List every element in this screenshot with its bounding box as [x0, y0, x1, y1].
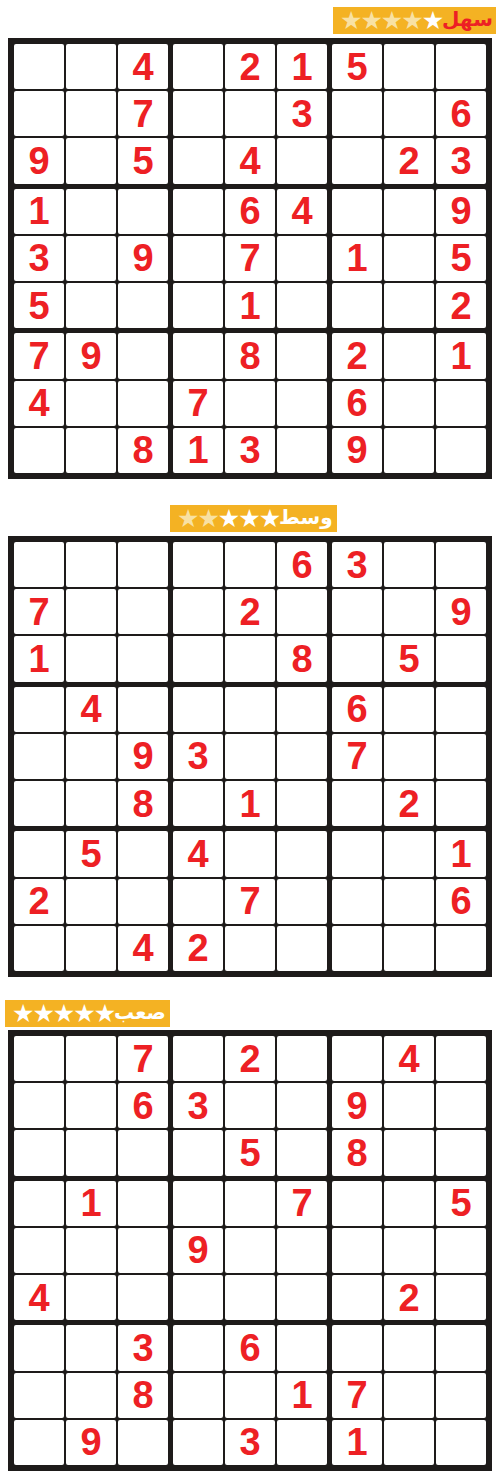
medium-cell-r7c6[interactable] — [277, 831, 327, 876]
hard-cell-r9c4[interactable] — [173, 1420, 223, 1465]
medium-cell-r9c3[interactable]: 4 — [118, 926, 168, 971]
given-digit: 3 — [132, 1329, 153, 1367]
medium-cell-r6c6[interactable] — [277, 781, 327, 826]
given-digit: 6 — [346, 384, 367, 422]
given-digit: 1 — [80, 1184, 101, 1222]
medium-cell-r4c7[interactable]: 6 — [332, 687, 382, 732]
easy-cell-r7c5[interactable]: 8 — [225, 333, 275, 378]
easy-cell-r7c8[interactable] — [384, 333, 434, 378]
easy-cell-r2c2[interactable] — [66, 91, 116, 136]
difficulty-label-easy: سهل — [442, 9, 493, 32]
medium-cell-r4c2[interactable]: 4 — [66, 687, 116, 732]
easy-cell-r7c7[interactable]: 2 — [332, 333, 382, 378]
hard-cell-r6c1[interactable]: 4 — [14, 1275, 64, 1320]
given-digit: 9 — [28, 142, 49, 180]
star-icon: ★ — [259, 506, 281, 531]
medium-cell-r8c4[interactable] — [173, 879, 223, 924]
sudoku-grid-hard: 7623549814795238961371 — [8, 1030, 492, 1471]
medium-cell-r7c8[interactable] — [384, 831, 434, 876]
hard-cell-r1c3[interactable]: 7 — [118, 1036, 168, 1081]
hard-cell-r9c7[interactable]: 1 — [332, 1420, 382, 1465]
hard-cell-r1c2[interactable] — [66, 1036, 116, 1081]
given-digit: 2 — [239, 593, 260, 631]
medium-cell-r2c1[interactable]: 7 — [14, 589, 64, 634]
easy-cell-r8c8[interactable] — [384, 381, 434, 426]
medium-cell-r8c2[interactable] — [66, 879, 116, 924]
hard-cell-r4c4[interactable] — [173, 1181, 223, 1226]
easy-cell-r1c9[interactable] — [436, 44, 486, 89]
easy-cell-r9c4[interactable]: 1 — [173, 428, 223, 473]
hard-cell-r4c1[interactable] — [14, 1181, 64, 1226]
easy-cell-r4c9[interactable]: 9 — [436, 189, 486, 234]
hard-cell-r1c1[interactable] — [14, 1036, 64, 1081]
medium-cell-r9c1[interactable] — [14, 926, 64, 971]
easy-cell-r8c9[interactable] — [436, 381, 486, 426]
hard-cell-r2c2[interactable] — [66, 1083, 116, 1128]
sudoku-box: 8713 — [173, 333, 327, 473]
easy-cell-r5c5[interactable]: 7 — [225, 236, 275, 281]
hard-cell-r8c9[interactable] — [436, 1373, 486, 1418]
hard-cell-r7c4[interactable] — [173, 1325, 223, 1370]
medium-cell-r4c1[interactable] — [14, 687, 64, 732]
hard-cell-r1c4[interactable] — [173, 1036, 223, 1081]
given-digit: 8 — [132, 1376, 153, 1414]
medium-cell-r7c9[interactable]: 1 — [436, 831, 486, 876]
easy-cell-r9c8[interactable] — [384, 428, 434, 473]
medium-cell-r9c6[interactable] — [277, 926, 327, 971]
medium-cell-r9c4[interactable]: 2 — [173, 926, 223, 971]
given-digit: 1 — [346, 1423, 367, 1461]
medium-cell-r2c9[interactable]: 9 — [436, 589, 486, 634]
given-digit: 9 — [80, 1423, 101, 1461]
easy-cell-r3c8[interactable]: 2 — [384, 138, 434, 183]
sudoku-box: 524 — [14, 831, 168, 971]
easy-cell-r1c5[interactable]: 2 — [225, 44, 275, 89]
medium-cell-r2c5[interactable]: 2 — [225, 589, 275, 634]
hard-cell-r8c2[interactable] — [66, 1373, 116, 1418]
medium-cell-r1c3[interactable] — [118, 542, 168, 587]
easy-cell-r3c2[interactable] — [66, 138, 116, 183]
given-digit: 2 — [239, 48, 260, 86]
medium-cell-r2c6[interactable] — [277, 589, 327, 634]
easy-cell-r5c6[interactable] — [277, 236, 327, 281]
medium-cell-r4c9[interactable] — [436, 687, 486, 732]
hard-cell-r1c8[interactable]: 4 — [384, 1036, 434, 1081]
easy-cell-r3c9[interactable]: 3 — [436, 138, 486, 183]
medium-cell-r8c9[interactable]: 6 — [436, 879, 486, 924]
given-digit: 6 — [450, 882, 471, 920]
easy-cell-r8c2[interactable] — [66, 381, 116, 426]
star-icon: ★ — [94, 1001, 116, 1026]
medium-cell-r7c5[interactable] — [225, 831, 275, 876]
medium-cell-r1c8[interactable] — [384, 542, 434, 587]
medium-cell-r4c4[interactable] — [173, 687, 223, 732]
hard-cell-r5c2[interactable] — [66, 1228, 116, 1273]
easy-cell-r7c3[interactable] — [118, 333, 168, 378]
medium-cell-r5c9[interactable] — [436, 734, 486, 779]
medium-cell-r2c7[interactable] — [332, 589, 382, 634]
easy-cell-r4c7[interactable] — [332, 189, 382, 234]
easy-cell-r4c8[interactable] — [384, 189, 434, 234]
sudoku-box: 79 — [173, 1181, 327, 1321]
medium-cell-r3c3[interactable] — [118, 636, 168, 681]
easy-cell-r8c7[interactable]: 6 — [332, 381, 382, 426]
easy-cell-r1c2[interactable] — [66, 44, 116, 89]
medium-cell-r5c3[interactable]: 9 — [118, 734, 168, 779]
medium-cell-r9c5[interactable] — [225, 926, 275, 971]
hard-cell-r9c8[interactable] — [384, 1420, 434, 1465]
given-digit: 6 — [291, 546, 312, 584]
difficulty-label-hard: صعب — [114, 1002, 166, 1025]
medium-cell-r5c4[interactable]: 3 — [173, 734, 223, 779]
medium-cell-r8c6[interactable] — [277, 879, 327, 924]
medium-cell-r7c7[interactable] — [332, 831, 382, 876]
given-digit: 3 — [187, 1087, 208, 1125]
star-icon: ★ — [422, 8, 444, 33]
difficulty-stars-easy: ★★★★★ — [340, 8, 442, 33]
easy-cell-r3c3[interactable]: 5 — [118, 138, 168, 183]
given-digit: 3 — [450, 142, 471, 180]
difficulty-banner-hard: ★★★★★ صعب — [5, 1000, 170, 1027]
easy-cell-r2c4[interactable] — [173, 91, 223, 136]
easy-cell-r5c2[interactable] — [66, 236, 116, 281]
hard-cell-r4c9[interactable]: 5 — [436, 1181, 486, 1226]
difficulty-stars-medium: ★★★★★ — [177, 506, 279, 531]
easy-cell-r8c1[interactable]: 4 — [14, 381, 64, 426]
sudoku-grid-medium: 716283954983167252447216 — [8, 536, 492, 977]
star-icon: ★ — [73, 1001, 95, 1026]
hard-cell-r2c9[interactable] — [436, 1083, 486, 1128]
easy-cell-r1c1[interactable] — [14, 44, 64, 89]
given-digit: 5 — [132, 142, 153, 180]
hard-cell-r9c5[interactable]: 3 — [225, 1420, 275, 1465]
hard-cell-r3c4[interactable] — [173, 1130, 223, 1175]
medium-cell-r9c8[interactable] — [384, 926, 434, 971]
hard-cell-r4c2[interactable]: 1 — [66, 1181, 116, 1226]
easy-cell-r7c6[interactable] — [277, 333, 327, 378]
easy-cell-r3c6[interactable] — [277, 138, 327, 183]
easy-cell-r2c3[interactable]: 7 — [118, 91, 168, 136]
given-digit: 5 — [450, 1184, 471, 1222]
sudoku-box: 71 — [14, 542, 168, 682]
given-digit: 9 — [450, 593, 471, 631]
given-digit: 5 — [80, 835, 101, 873]
hard-cell-r7c1[interactable] — [14, 1325, 64, 1370]
medium-cell-r7c1[interactable] — [14, 831, 64, 876]
hard-cell-r6c8[interactable]: 2 — [384, 1275, 434, 1320]
hard-cell-r5c5[interactable] — [225, 1228, 275, 1273]
easy-cell-r4c2[interactable] — [66, 189, 116, 234]
easy-cell-r1c8[interactable] — [384, 44, 434, 89]
easy-cell-r4c4[interactable] — [173, 189, 223, 234]
hard-cell-r7c8[interactable] — [384, 1325, 434, 1370]
sudoku-box: 2134 — [173, 44, 327, 184]
hard-cell-r9c2[interactable]: 9 — [66, 1420, 116, 1465]
easy-cell-r7c4[interactable] — [173, 333, 223, 378]
given-digit: 8 — [346, 1134, 367, 1172]
easy-cell-r6c7[interactable] — [332, 283, 382, 328]
hard-cell-r3c9[interactable] — [436, 1130, 486, 1175]
easy-cell-r6c9[interactable]: 2 — [436, 283, 486, 328]
medium-cell-r5c5[interactable] — [225, 734, 275, 779]
hard-cell-r3c7[interactable]: 8 — [332, 1130, 382, 1175]
medium-cell-r9c7[interactable] — [332, 926, 382, 971]
sudoku-box: 14 — [14, 1181, 168, 1321]
given-digit: 9 — [450, 192, 471, 230]
easy-cell-r5c9[interactable]: 5 — [436, 236, 486, 281]
hard-cell-r9c6[interactable] — [277, 1420, 327, 1465]
medium-cell-r3c2[interactable] — [66, 636, 116, 681]
hard-cell-r8c5[interactable] — [225, 1373, 275, 1418]
sudoku-box: 7948 — [14, 333, 168, 473]
medium-cell-r6c3[interactable]: 8 — [118, 781, 168, 826]
medium-cell-r3c9[interactable] — [436, 636, 486, 681]
easy-cell-r9c3[interactable]: 8 — [118, 428, 168, 473]
easy-cell-r6c5[interactable]: 1 — [225, 283, 275, 328]
medium-cell-r3c5[interactable] — [225, 636, 275, 681]
easy-cell-r1c7[interactable]: 5 — [332, 44, 382, 89]
hard-cell-r3c2[interactable] — [66, 1130, 116, 1175]
medium-cell-r2c3[interactable] — [118, 589, 168, 634]
medium-cell-r5c1[interactable] — [14, 734, 64, 779]
easy-cell-r2c8[interactable] — [384, 91, 434, 136]
hard-cell-r3c1[interactable] — [14, 1130, 64, 1175]
medium-cell-r3c1[interactable]: 1 — [14, 636, 64, 681]
easy-cell-r2c1[interactable] — [14, 91, 64, 136]
given-digit: 2 — [346, 337, 367, 375]
medium-cell-r3c7[interactable] — [332, 636, 382, 681]
hard-cell-r2c5[interactable] — [225, 1083, 275, 1128]
easy-cell-r1c6[interactable]: 1 — [277, 44, 327, 89]
easy-cell-r5c3[interactable]: 9 — [118, 236, 168, 281]
easy-cell-r9c9[interactable] — [436, 428, 486, 473]
easy-cell-r8c6[interactable] — [277, 381, 327, 426]
easy-cell-r6c6[interactable] — [277, 283, 327, 328]
hard-cell-r6c3[interactable] — [118, 1275, 168, 1320]
medium-cell-r7c4[interactable]: 4 — [173, 831, 223, 876]
hard-cell-r2c1[interactable] — [14, 1083, 64, 1128]
hard-cell-r1c6[interactable] — [277, 1036, 327, 1081]
hard-cell-r2c3[interactable]: 6 — [118, 1083, 168, 1128]
hard-cell-r2c4[interactable]: 3 — [173, 1083, 223, 1128]
medium-cell-r8c8[interactable] — [384, 879, 434, 924]
given-digit: 1 — [346, 239, 367, 277]
given-digit: 9 — [346, 431, 367, 469]
easy-cell-r8c3[interactable] — [118, 381, 168, 426]
easy-cell-r9c7[interactable]: 9 — [332, 428, 382, 473]
medium-cell-r6c9[interactable] — [436, 781, 486, 826]
hard-cell-r3c3[interactable] — [118, 1130, 168, 1175]
medium-cell-r9c2[interactable] — [66, 926, 116, 971]
easy-cell-r6c1[interactable]: 5 — [14, 283, 64, 328]
star-icon: ★ — [238, 506, 260, 531]
hard-cell-r7c9[interactable] — [436, 1325, 486, 1370]
easy-cell-r9c6[interactable] — [277, 428, 327, 473]
easy-cell-r8c4[interactable]: 7 — [173, 381, 223, 426]
easy-cell-r3c7[interactable] — [332, 138, 382, 183]
hard-cell-r3c6[interactable] — [277, 1130, 327, 1175]
easy-cell-r5c7[interactable]: 1 — [332, 236, 382, 281]
medium-cell-r1c4[interactable] — [173, 542, 223, 587]
hard-cell-r5c6[interactable] — [277, 1228, 327, 1273]
medium-cell-r2c8[interactable] — [384, 589, 434, 634]
given-digit: 4 — [132, 48, 153, 86]
easy-cell-r4c3[interactable] — [118, 189, 168, 234]
medium-cell-r9c9[interactable] — [436, 926, 486, 971]
easy-cell-r2c6[interactable]: 3 — [277, 91, 327, 136]
easy-cell-r2c9[interactable]: 6 — [436, 91, 486, 136]
hard-cell-r5c1[interactable] — [14, 1228, 64, 1273]
easy-cell-r3c4[interactable] — [173, 138, 223, 183]
hard-cell-r1c9[interactable] — [436, 1036, 486, 1081]
hard-cell-r8c7[interactable]: 7 — [332, 1373, 382, 1418]
medium-cell-r6c4[interactable] — [173, 781, 223, 826]
hard-cell-r6c4[interactable] — [173, 1275, 223, 1320]
hard-cell-r7c7[interactable] — [332, 1325, 382, 1370]
given-digit: 2 — [187, 929, 208, 967]
easy-cell-r7c1[interactable]: 7 — [14, 333, 64, 378]
easy-cell-r3c5[interactable]: 4 — [225, 138, 275, 183]
medium-cell-r8c7[interactable] — [332, 879, 382, 924]
medium-cell-r3c4[interactable] — [173, 636, 223, 681]
medium-cell-r6c1[interactable] — [14, 781, 64, 826]
easy-cell-r4c6[interactable]: 4 — [277, 189, 327, 234]
hard-cell-r6c6[interactable] — [277, 1275, 327, 1320]
hard-cell-r4c7[interactable] — [332, 1181, 382, 1226]
easy-cell-r6c4[interactable] — [173, 283, 223, 328]
star-icon: ★ — [197, 506, 219, 531]
hard-cell-r9c3[interactable] — [118, 1420, 168, 1465]
medium-cell-r4c3[interactable] — [118, 687, 168, 732]
star-icon: ★ — [340, 8, 362, 33]
medium-cell-r4c6[interactable] — [277, 687, 327, 732]
hard-cell-r7c6[interactable] — [277, 1325, 327, 1370]
hard-cell-r1c7[interactable] — [332, 1036, 382, 1081]
hard-cell-r5c4[interactable]: 9 — [173, 1228, 223, 1273]
easy-cell-r9c2[interactable] — [66, 428, 116, 473]
given-digit: 5 — [398, 640, 419, 678]
medium-cell-r1c2[interactable] — [66, 542, 116, 587]
medium-cell-r7c3[interactable] — [118, 831, 168, 876]
given-digit: 4 — [28, 1279, 49, 1317]
easy-cell-r5c1[interactable]: 3 — [14, 236, 64, 281]
medium-cell-r2c4[interactable] — [173, 589, 223, 634]
easy-cell-r4c5[interactable]: 6 — [225, 189, 275, 234]
hard-cell-r6c2[interactable] — [66, 1275, 116, 1320]
easy-cell-r5c8[interactable] — [384, 236, 434, 281]
hard-cell-r8c6[interactable]: 1 — [277, 1373, 327, 1418]
difficulty-banner-easy: ★★★★★ سهل — [333, 7, 496, 34]
medium-cell-r8c1[interactable]: 2 — [14, 879, 64, 924]
medium-cell-r5c6[interactable] — [277, 734, 327, 779]
medium-cell-r5c8[interactable] — [384, 734, 434, 779]
sudoku-box: 1395 — [14, 189, 168, 329]
hard-cell-r6c9[interactable] — [436, 1275, 486, 1320]
medium-cell-r2c2[interactable] — [66, 589, 116, 634]
hard-cell-r9c9[interactable] — [436, 1420, 486, 1465]
star-icon: ★ — [401, 8, 423, 33]
hard-cell-r2c7[interactable]: 9 — [332, 1083, 382, 1128]
medium-cell-r6c8[interactable]: 2 — [384, 781, 434, 826]
medium-cell-r1c7[interactable]: 3 — [332, 542, 382, 587]
hard-cell-r8c8[interactable] — [384, 1373, 434, 1418]
hard-cell-r6c7[interactable] — [332, 1275, 382, 1320]
medium-cell-r4c8[interactable] — [384, 687, 434, 732]
easy-cell-r8c5[interactable] — [225, 381, 275, 426]
easy-cell-r4c1[interactable]: 1 — [14, 189, 64, 234]
easy-cell-r6c8[interactable] — [384, 283, 434, 328]
easy-cell-r7c2[interactable]: 9 — [66, 333, 116, 378]
hard-cell-r8c1[interactable] — [14, 1373, 64, 1418]
easy-cell-r1c4[interactable] — [173, 44, 223, 89]
hard-cell-r4c3[interactable] — [118, 1181, 168, 1226]
hard-cell-r8c4[interactable] — [173, 1373, 223, 1418]
hard-cell-r9c1[interactable] — [14, 1420, 64, 1465]
hard-cell-r2c6[interactable] — [277, 1083, 327, 1128]
easy-cell-r5c4[interactable] — [173, 236, 223, 281]
hard-cell-r2c8[interactable] — [384, 1083, 434, 1128]
given-digit: 7 — [239, 882, 260, 920]
given-digit: 7 — [291, 1184, 312, 1222]
easy-cell-r6c3[interactable] — [118, 283, 168, 328]
hard-cell-r7c5[interactable]: 6 — [225, 1325, 275, 1370]
hard-cell-r4c6[interactable]: 7 — [277, 1181, 327, 1226]
medium-cell-r1c1[interactable] — [14, 542, 64, 587]
hard-cell-r7c3[interactable]: 3 — [118, 1325, 168, 1370]
medium-cell-r4c5[interactable] — [225, 687, 275, 732]
medium-cell-r6c5[interactable]: 1 — [225, 781, 275, 826]
medium-cell-r3c6[interactable]: 8 — [277, 636, 327, 681]
hard-cell-r4c5[interactable] — [225, 1181, 275, 1226]
medium-cell-r8c3[interactable] — [118, 879, 168, 924]
hard-cell-r8c3[interactable]: 8 — [118, 1373, 168, 1418]
hard-cell-r3c8[interactable] — [384, 1130, 434, 1175]
hard-cell-r3c5[interactable]: 5 — [225, 1130, 275, 1175]
hard-cell-r6c5[interactable] — [225, 1275, 275, 1320]
medium-cell-r1c6[interactable]: 6 — [277, 542, 327, 587]
easy-cell-r3c1[interactable]: 9 — [14, 138, 64, 183]
sudoku-page: ★★★★★ سهل 479521345623139564719152794887… — [0, 0, 500, 1474]
easy-cell-r1c3[interactable]: 4 — [118, 44, 168, 89]
medium-cell-r5c7[interactable]: 7 — [332, 734, 382, 779]
easy-cell-r6c2[interactable] — [66, 283, 116, 328]
medium-cell-r1c5[interactable] — [225, 542, 275, 587]
star-icon: ★ — [218, 506, 240, 531]
hard-cell-r7c2[interactable] — [66, 1325, 116, 1370]
given-digit: 4 — [28, 384, 49, 422]
given-digit: 2 — [398, 1279, 419, 1317]
medium-cell-r5c2[interactable] — [66, 734, 116, 779]
hard-cell-r5c9[interactable] — [436, 1228, 486, 1273]
hard-cell-r4c8[interactable] — [384, 1181, 434, 1226]
hard-cell-r5c8[interactable] — [384, 1228, 434, 1273]
hard-cell-r5c7[interactable] — [332, 1228, 382, 1273]
medium-cell-r6c7[interactable] — [332, 781, 382, 826]
easy-cell-r2c5[interactable] — [225, 91, 275, 136]
medium-cell-r8c5[interactable]: 7 — [225, 879, 275, 924]
given-digit: 6 — [132, 1087, 153, 1125]
hard-cell-r5c3[interactable] — [118, 1228, 168, 1273]
easy-cell-r2c7[interactable] — [332, 91, 382, 136]
easy-cell-r9c1[interactable] — [14, 428, 64, 473]
medium-cell-r7c2[interactable]: 5 — [66, 831, 116, 876]
hard-cell-r1c5[interactable]: 2 — [225, 1036, 275, 1081]
medium-cell-r6c2[interactable] — [66, 781, 116, 826]
medium-cell-r3c8[interactable]: 5 — [384, 636, 434, 681]
easy-cell-r7c9[interactable]: 1 — [436, 333, 486, 378]
easy-cell-r9c5[interactable]: 3 — [225, 428, 275, 473]
medium-cell-r1c9[interactable] — [436, 542, 486, 587]
